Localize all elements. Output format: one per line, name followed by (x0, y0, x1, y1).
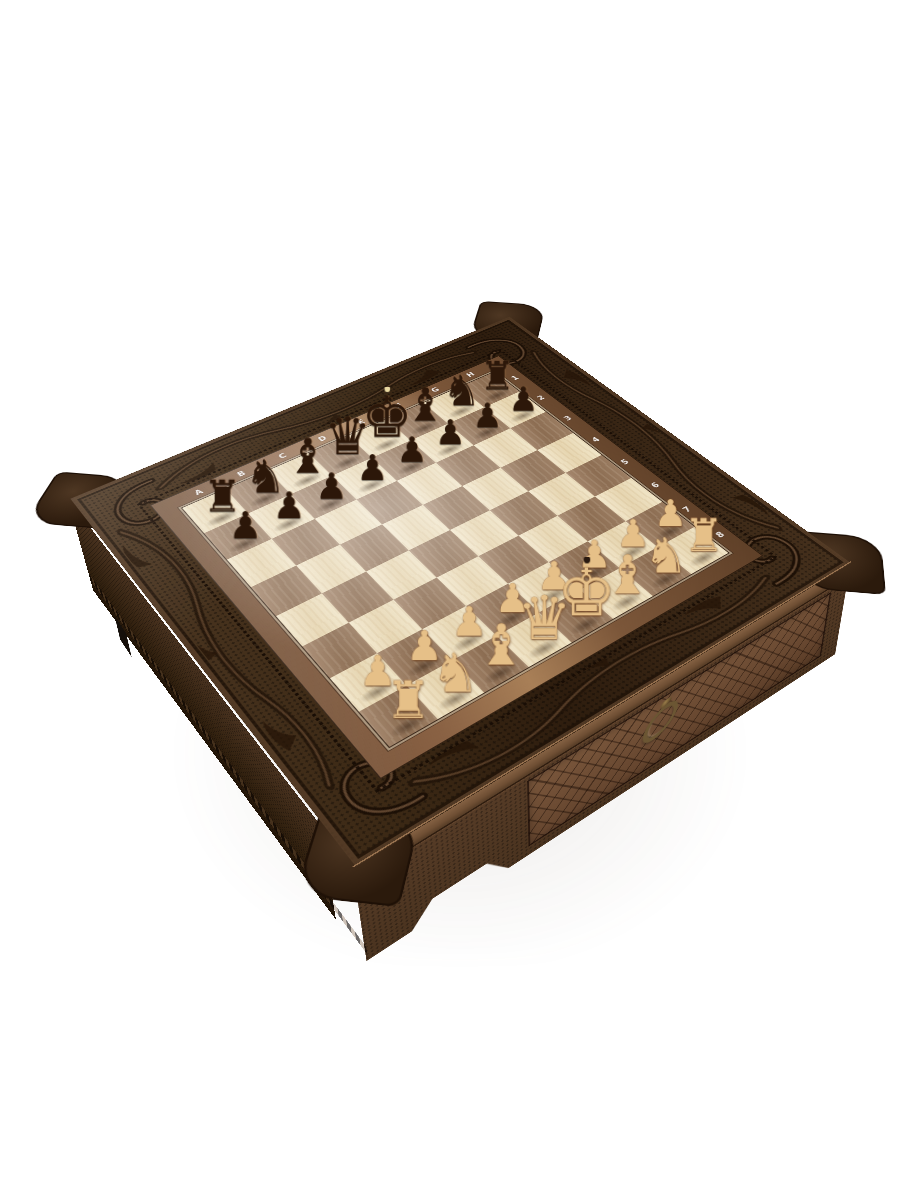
black-king-finial-tip (384, 386, 390, 392)
photo-scene: 12345678ABCDEFGH ♜♞♝♛♚♝♞♜♟♟♟♟♟♟♟♟♟♟♟♟♟♟♟… (0, 0, 900, 1200)
product-photo: 12345678ABCDEFGH ♜♞♝♛♚♝♞♜♟♟♟♟♟♟♟♟♟♟♟♟♟♟♟… (0, 0, 900, 1200)
piece-white-rook-a1: ♜ (375, 673, 440, 727)
piece-black-pawn-a7: ♟ (220, 506, 270, 544)
chess-box: 12345678ABCDEFGH ♜♞♝♛♚♝♞♜♟♟♟♟♟♟♟♟♟♟♟♟♟♟♟… (70, 317, 851, 867)
metal-foot (395, 909, 449, 973)
white-king-finial-tip (583, 556, 589, 564)
